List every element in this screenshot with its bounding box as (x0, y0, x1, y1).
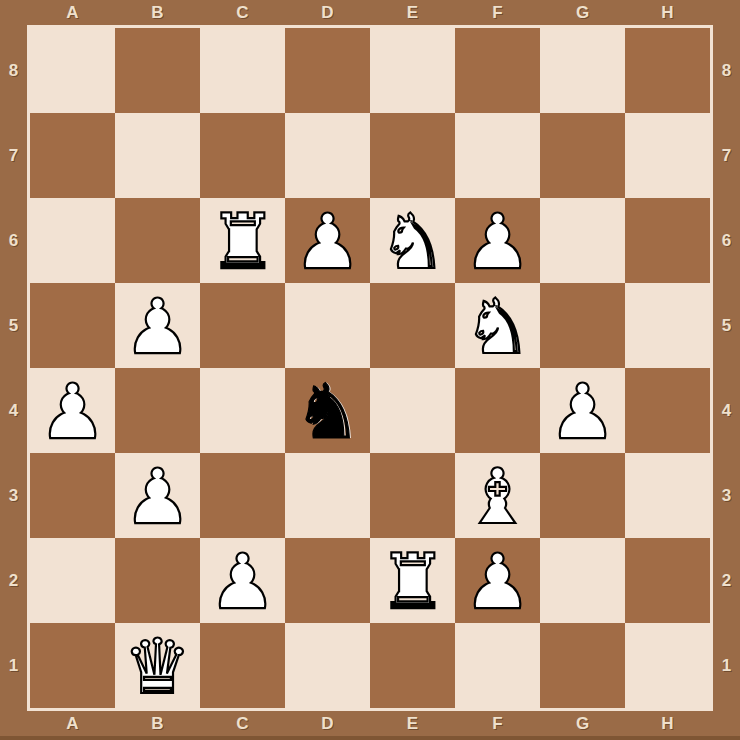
square-a8[interactable] (30, 28, 115, 113)
square-d2[interactable] (285, 538, 370, 623)
white-pawn: ♟ (293, 201, 361, 283)
square-c8[interactable] (200, 28, 285, 113)
square-f7[interactable] (455, 113, 540, 198)
square-c2[interactable]: ♟ (200, 538, 285, 623)
file-label-f: F (455, 711, 540, 736)
square-b7[interactable] (115, 113, 200, 198)
square-d6[interactable]: ♟ (285, 198, 370, 283)
rank-label-1: 1 (713, 623, 740, 708)
square-b1[interactable]: ♛ (115, 623, 200, 708)
square-g7[interactable] (540, 113, 625, 198)
square-b4[interactable] (115, 368, 200, 453)
rank-label-8: 8 (0, 28, 27, 113)
rank-label-2: 2 (0, 538, 27, 623)
white-pawn: ♟ (208, 541, 276, 623)
square-a7[interactable] (30, 113, 115, 198)
chess-board: ABCDEFGH ABCDEFGH 87654321 87654321 ♜♟♞♟… (0, 0, 740, 740)
square-c5[interactable] (200, 283, 285, 368)
rank-label-3: 3 (713, 453, 740, 538)
file-label-c: C (200, 711, 285, 736)
square-f8[interactable] (455, 28, 540, 113)
square-d4[interactable]: ♞ (285, 368, 370, 453)
rank-label-6: 6 (713, 198, 740, 283)
file-label-c: C (200, 0, 285, 25)
square-h1[interactable] (625, 623, 710, 708)
square-b6[interactable] (115, 198, 200, 283)
white-pawn: ♟ (123, 286, 191, 368)
white-pawn: ♟ (463, 541, 531, 623)
square-f6[interactable]: ♟ (455, 198, 540, 283)
square-e8[interactable] (370, 28, 455, 113)
file-labels-bottom: ABCDEFGH (30, 711, 710, 736)
rank-label-4: 4 (713, 368, 740, 453)
square-f3[interactable]: ♝ (455, 453, 540, 538)
file-label-a: A (30, 711, 115, 736)
square-f2[interactable]: ♟ (455, 538, 540, 623)
rank-label-8: 8 (713, 28, 740, 113)
square-h6[interactable] (625, 198, 710, 283)
square-f1[interactable] (455, 623, 540, 708)
square-c7[interactable] (200, 113, 285, 198)
square-g6[interactable] (540, 198, 625, 283)
square-h4[interactable] (625, 368, 710, 453)
rank-label-6: 6 (0, 198, 27, 283)
file-label-h: H (625, 711, 710, 736)
square-b3[interactable]: ♟ (115, 453, 200, 538)
file-label-g: G (540, 711, 625, 736)
square-h8[interactable] (625, 28, 710, 113)
white-queen: ♛ (123, 626, 191, 708)
square-g4[interactable]: ♟ (540, 368, 625, 453)
square-b5[interactable]: ♟ (115, 283, 200, 368)
square-g1[interactable] (540, 623, 625, 708)
square-e7[interactable] (370, 113, 455, 198)
square-g2[interactable] (540, 538, 625, 623)
square-e2[interactable]: ♜ (370, 538, 455, 623)
square-e4[interactable] (370, 368, 455, 453)
file-label-d: D (285, 0, 370, 25)
white-rook: ♜ (378, 541, 446, 623)
rank-label-4: 4 (0, 368, 27, 453)
rank-label-3: 3 (0, 453, 27, 538)
rank-label-5: 5 (713, 283, 740, 368)
square-a3[interactable] (30, 453, 115, 538)
square-h2[interactable] (625, 538, 710, 623)
file-label-b: B (115, 0, 200, 25)
white-pawn: ♟ (548, 371, 616, 453)
file-label-e: E (370, 711, 455, 736)
square-h7[interactable] (625, 113, 710, 198)
rank-label-5: 5 (0, 283, 27, 368)
square-g5[interactable] (540, 283, 625, 368)
file-labels-top: ABCDEFGH (30, 0, 710, 25)
rank-labels-right: 87654321 (713, 28, 740, 708)
square-d3[interactable] (285, 453, 370, 538)
white-bishop: ♝ (463, 456, 531, 538)
white-knight: ♞ (463, 286, 531, 368)
square-h3[interactable] (625, 453, 710, 538)
square-e5[interactable] (370, 283, 455, 368)
square-a1[interactable] (30, 623, 115, 708)
square-b2[interactable] (115, 538, 200, 623)
file-label-a: A (30, 0, 115, 25)
board-play-area: ♜♟♞♟♟♞♟♞♟♟♝♟♜♟♛ (27, 25, 713, 711)
square-c3[interactable] (200, 453, 285, 538)
square-b8[interactable] (115, 28, 200, 113)
square-e6[interactable]: ♞ (370, 198, 455, 283)
square-c4[interactable] (200, 368, 285, 453)
square-a2[interactable] (30, 538, 115, 623)
rank-labels-left: 87654321 (0, 28, 27, 708)
square-d7[interactable] (285, 113, 370, 198)
white-rook: ♜ (208, 201, 276, 283)
square-g8[interactable] (540, 28, 625, 113)
rank-label-2: 2 (713, 538, 740, 623)
file-label-f: F (455, 0, 540, 25)
square-a6[interactable] (30, 198, 115, 283)
square-g3[interactable] (540, 453, 625, 538)
black-knight: ♞ (293, 371, 361, 453)
file-label-g: G (540, 0, 625, 25)
square-e3[interactable] (370, 453, 455, 538)
square-d5[interactable] (285, 283, 370, 368)
rank-label-7: 7 (0, 113, 27, 198)
square-c1[interactable] (200, 623, 285, 708)
file-label-h: H (625, 0, 710, 25)
square-h5[interactable] (625, 283, 710, 368)
square-f5[interactable]: ♞ (455, 283, 540, 368)
white-pawn: ♟ (123, 456, 191, 538)
file-label-d: D (285, 711, 370, 736)
white-pawn: ♟ (463, 201, 531, 283)
rank-label-7: 7 (713, 113, 740, 198)
white-knight: ♞ (378, 201, 446, 283)
square-d1[interactable] (285, 623, 370, 708)
rank-label-1: 1 (0, 623, 27, 708)
bottom-edge-line (0, 736, 740, 740)
white-pawn: ♟ (38, 371, 106, 453)
square-d8[interactable] (285, 28, 370, 113)
file-label-e: E (370, 0, 455, 25)
file-label-b: B (115, 711, 200, 736)
board-grid: ♜♟♞♟♟♞♟♞♟♟♝♟♜♟♛ (30, 28, 710, 708)
square-c6[interactable]: ♜ (200, 198, 285, 283)
square-a4[interactable]: ♟ (30, 368, 115, 453)
square-a5[interactable] (30, 283, 115, 368)
square-f4[interactable] (455, 368, 540, 453)
square-e1[interactable] (370, 623, 455, 708)
